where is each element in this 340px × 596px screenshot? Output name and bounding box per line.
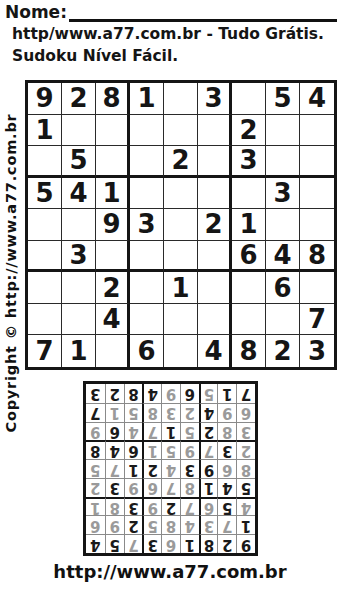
solution-cell-r7c6: 7 [142,422,161,441]
solution-cell-r3c5: 2 [161,497,180,516]
cell-r3c7[interactable]: 3 [232,146,266,178]
solution-cell-r5c2: 6 [217,459,236,478]
solution-cell-r2c5: 8 [161,515,180,534]
cell-r2c2[interactable] [62,115,96,147]
cell-r6c8[interactable]: 4 [266,241,300,273]
cell-r1c4[interactable]: 1 [130,83,164,115]
solution-cell-r4c4: 8 [180,478,199,497]
solution-cell-r2c7: 2 [124,515,143,534]
solution-cell-r8c8: 1 [105,403,124,422]
solution-cell-r9c4: 6 [180,384,199,403]
solution-cell-r4c8: 3 [105,478,124,497]
solution-cell-r1c2: 2 [217,534,236,553]
solution-cell-r3c4: 7 [180,497,199,516]
cell-r5c9[interactable] [300,209,334,241]
cell-r5c6[interactable]: 2 [198,209,232,241]
cell-r1c3[interactable]: 8 [96,83,130,115]
cell-r9c3[interactable] [96,335,130,367]
solution-cell-r4c5: 7 [161,478,180,497]
cell-r9c2[interactable]: 1 [62,335,96,367]
solution-cell-r9c6: 4 [142,384,161,403]
solution-cell-r4c9: 2 [86,478,105,497]
cell-r2c8[interactable] [266,115,300,147]
solution-cell-r3c3: 6 [199,497,218,516]
cell-r5c1[interactable] [28,209,62,241]
cell-r7c5[interactable]: 1 [164,272,198,304]
solution-cell-r5c8: 7 [105,459,124,478]
solution-cell-r6c7: 6 [124,440,143,459]
solution-cell-r1c9: 4 [86,534,105,553]
cell-r3c3[interactable] [96,146,130,178]
solution-cell-r2c2: 7 [217,515,236,534]
solution-cell-r1c6: 3 [142,534,161,553]
cell-r9c5[interactable] [164,335,198,367]
cell-r8c2[interactable] [62,304,96,336]
solution-cell-r5c9: 5 [86,459,105,478]
solution-cell-r8c5: 3 [161,403,180,422]
solution-cell-r5c7: 1 [124,459,143,478]
name-row: Nome: [5,1,337,22]
solution-cell-r8c3: 4 [199,403,218,422]
cell-r4c7[interactable] [232,178,266,210]
cell-r6c7[interactable]: 6 [232,241,266,273]
solution-cell-r7c4: 5 [180,422,199,441]
cell-r2c6[interactable] [198,115,232,147]
solution-cell-r5c5: 4 [161,459,180,478]
cell-r4c4[interactable] [130,178,164,210]
solution-cell-r1c4: 1 [180,534,199,553]
cell-r3c9[interactable] [300,146,334,178]
cell-r2c1[interactable]: 1 [28,115,62,147]
name-blank-line [69,1,337,22]
cell-r6c5[interactable] [164,241,198,273]
cell-r5c7[interactable]: 1 [232,209,266,241]
solution-cell-r7c3: 2 [199,422,218,441]
cell-r1c8[interactable]: 5 [266,83,300,115]
cell-r6c4[interactable] [130,241,164,273]
solution-cell-r9c1: 7 [236,384,255,403]
cell-r5c5[interactable] [164,209,198,241]
solution-cell-r7c9: 9 [86,422,105,441]
solution-cell-r8c2: 9 [217,403,236,422]
solution-cell-r1c1: 9 [236,534,255,553]
cell-r8c8[interactable] [266,304,300,336]
cell-r8c9[interactable]: 7 [300,304,334,336]
solution-cell-r9c9: 3 [86,384,105,403]
cell-r4c9[interactable] [300,178,334,210]
cell-r3c6[interactable] [198,146,232,178]
solution-cell-r6c2: 3 [217,440,236,459]
cell-r7c2[interactable] [62,272,96,304]
solution-cell-r7c2: 8 [217,422,236,441]
solution-cell-r8c7: 5 [124,403,143,422]
cell-r2c4[interactable] [130,115,164,147]
solution-cell-r9c3: 5 [199,384,218,403]
name-label: Nome: [5,2,67,22]
cell-r1c5[interactable] [164,83,198,115]
solution-cell-r2c6: 5 [142,515,161,534]
page-subtitle: Sudoku Nível Fácil. [12,47,178,65]
solution-cell-r1c8: 5 [105,534,124,553]
cell-r2c5[interactable] [164,115,198,147]
cell-r7c7[interactable] [232,272,266,304]
cell-r7c6[interactable] [198,272,232,304]
cell-r7c9[interactable] [300,272,334,304]
solution-cell-r2c1: 1 [236,515,255,534]
solution-cell-r2c4: 4 [180,515,199,534]
solution-cell-r9c5: 9 [161,384,180,403]
cell-r4c5[interactable] [164,178,198,210]
cell-r7c4[interactable] [130,272,164,304]
cell-r8c5[interactable] [164,304,198,336]
cell-r2c7[interactable]: 2 [232,115,266,147]
solution-cell-r7c5: 1 [161,422,180,441]
solution-cell-r4c6: 6 [142,478,161,497]
cell-r6c9[interactable]: 8 [300,241,334,273]
cell-r1c6[interactable]: 3 [198,83,232,115]
solution-cell-r3c2: 5 [217,497,236,516]
cell-r1c1[interactable]: 9 [28,83,62,115]
cell-r4c6[interactable] [198,178,232,210]
cell-r9c6[interactable]: 4 [198,335,232,367]
solution-cell-r2c8: 9 [105,515,124,534]
cell-r8c7[interactable] [232,304,266,336]
cell-r9c1[interactable]: 7 [28,335,62,367]
cell-r3c5[interactable]: 2 [164,146,198,178]
cell-r6c1[interactable] [28,241,62,273]
solution-cell-r7c1: 3 [236,422,255,441]
page-tagline: http/www.a77.com.br - Tudo Grátis. [12,25,324,43]
solution-cell-r7c8: 6 [105,422,124,441]
cell-r4c1[interactable]: 5 [28,178,62,210]
solution-cell-r6c6: 1 [142,440,161,459]
solution-cell-r3c6: 9 [142,497,161,516]
cell-r8c6[interactable] [198,304,232,336]
solution-cell-r4c3: 1 [199,478,218,497]
cell-r3c8[interactable] [266,146,300,178]
cell-r3c1[interactable] [28,146,62,178]
copyright-sidebar-text: Copyright © http://www.a77.com.br [3,113,19,432]
cell-r4c3[interactable]: 1 [96,178,130,210]
cell-r3c2[interactable]: 5 [62,146,96,178]
solution-cell-r1c3: 8 [199,534,218,553]
solution-cell-r8c6: 8 [142,403,161,422]
cell-r9c8[interactable]: 2 [266,335,300,367]
solution-cell-r8c4: 2 [180,403,199,422]
cell-r2c3[interactable] [96,115,130,147]
solution-cell-r4c7: 9 [124,478,143,497]
cell-r2c9[interactable] [300,115,334,147]
cell-r9c9[interactable]: 3 [300,335,334,367]
solution-cell-r6c4: 9 [180,440,199,459]
solution-cell-r4c1: 5 [236,478,255,497]
solution-cell-r3c8: 8 [105,497,124,516]
cell-r9c7[interactable]: 8 [232,335,266,367]
solution-cell-r3c1: 4 [236,497,255,516]
solution-cell-r3c7: 3 [124,497,143,516]
solution-cell-r5c3: 9 [199,459,218,478]
cell-r8c3[interactable]: 4 [96,304,130,336]
solution-cell-r8c9: 7 [86,403,105,422]
solution-cell-r4c2: 4 [217,478,236,497]
solution-cell-r6c9: 8 [86,440,105,459]
cell-r6c3[interactable] [96,241,130,273]
cell-r6c2[interactable]: 3 [62,241,96,273]
cell-r5c3[interactable]: 9 [96,209,130,241]
solution-cell-r7c7: 4 [124,422,143,441]
cell-r7c1[interactable] [28,272,62,304]
solution-cell-r9c2: 1 [217,384,236,403]
solution-cell-r6c1: 2 [236,440,255,459]
solution-cell-r9c7: 8 [124,384,143,403]
cell-r9c4[interactable]: 6 [130,335,164,367]
cell-r1c9[interactable]: 4 [300,83,334,115]
cell-r7c3[interactable]: 2 [96,272,130,304]
cell-r5c8[interactable] [266,209,300,241]
solution-cell-r5c1: 8 [236,459,255,478]
solution-cell-r2c3: 3 [199,515,218,534]
cell-r4c8[interactable]: 3 [266,178,300,210]
cell-r7c8[interactable]: 6 [266,272,300,304]
cell-r8c1[interactable] [28,304,62,336]
solution-cell-r6c5: 5 [161,440,180,459]
solution-cell-r6c3: 7 [199,440,218,459]
solution-cell-r8c1: 6 [236,403,255,422]
solution-cell-r1c7: 7 [124,534,143,553]
solution-cell-r2c9: 6 [86,515,105,534]
cell-r1c7[interactable] [232,83,266,115]
solution-cell-r5c6: 2 [142,459,161,478]
cell-r4c2[interactable]: 4 [62,178,96,210]
solution-cell-r6c8: 4 [105,440,124,459]
sudoku-board: 928135412523541393213648216477164823 [25,80,337,370]
solution-cell-r5c4: 3 [180,459,199,478]
cell-r6c6[interactable] [198,241,232,273]
solution-board: 9281637541734852964567293815418769328693… [83,381,258,556]
cell-r1c2[interactable]: 2 [62,83,96,115]
solution-cell-r1c5: 6 [161,534,180,553]
footer-url: http://www.a77.com.br [0,561,340,582]
cell-r8c4[interactable] [130,304,164,336]
solution-cell-r9c8: 2 [105,384,124,403]
cell-r5c4[interactable]: 3 [130,209,164,241]
solution-cell-r3c9: 1 [86,497,105,516]
cell-r5c2[interactable] [62,209,96,241]
cell-r3c4[interactable] [130,146,164,178]
